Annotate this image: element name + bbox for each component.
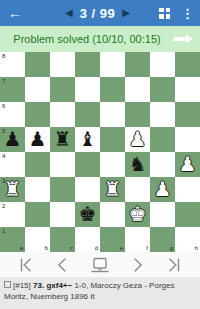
black-bishop-d5[interactable]: ♝ [79, 127, 97, 152]
square-f3[interactable] [125, 177, 150, 202]
square-e3[interactable]: ♜ [100, 177, 125, 202]
square-e5[interactable] [100, 127, 125, 152]
square-a3[interactable]: 3♜ [0, 177, 25, 202]
white-pawn-f5[interactable]: ♟ [129, 127, 147, 152]
square-h2[interactable] [175, 202, 200, 227]
square-d2[interactable]: ♚ [75, 202, 100, 227]
square-e6[interactable] [100, 102, 125, 127]
skip-to-end-button[interactable] [162, 254, 186, 276]
square-a8[interactable]: 8 [0, 52, 25, 77]
square-b2[interactable] [25, 202, 50, 227]
square-a6[interactable]: 6 [0, 102, 25, 127]
next-arrow-button[interactable] [171, 32, 195, 50]
white-to-move-icon [4, 281, 11, 288]
app-window: ← ◀ 3 / 99 ▶ ⋮ Problem solved (10/10, 00… [0, 0, 200, 309]
file-label: d [95, 245, 98, 251]
rank-label: 4 [2, 153, 5, 159]
square-a7[interactable]: 7 [0, 77, 25, 102]
game-caption: [#15] 73. gxf4+− 1-0, Maroczy Geza - Por… [0, 277, 200, 309]
next-problem-button[interactable]: ▶ [122, 8, 130, 18]
move-toolbar [0, 252, 200, 277]
problem-id: [#15] [13, 281, 31, 290]
square-c5[interactable]: ♜ [50, 127, 75, 152]
square-g1[interactable]: g [150, 227, 175, 252]
square-c6[interactable] [50, 102, 75, 127]
problem-list-button[interactable] [159, 8, 170, 19]
white-pawn-g3[interactable]: ♟ [154, 177, 172, 202]
chevron-left-icon [54, 256, 72, 274]
appbar-actions: ⋮ [159, 0, 194, 26]
square-h6[interactable] [175, 102, 200, 127]
black-knight-f4[interactable]: ♞ [129, 152, 147, 177]
file-label: b [45, 245, 48, 251]
overflow-menu-button[interactable]: ⋮ [181, 7, 194, 20]
square-c7[interactable] [50, 77, 75, 102]
square-b8[interactable] [25, 52, 50, 77]
rank-label: 3 [2, 178, 5, 184]
laptop-icon [89, 256, 111, 274]
square-d7[interactable] [75, 77, 100, 102]
solution-move: 73. gxf4+− [33, 281, 72, 290]
square-c1[interactable]: c [50, 227, 75, 252]
square-f8[interactable] [125, 52, 150, 77]
rank-label: 6 [2, 103, 5, 109]
grid-icon [159, 8, 164, 13]
square-c8[interactable] [50, 52, 75, 77]
chess-board: 8765♟♟♜♝♟4♞♟3♜♜♟2♚♚1abcdefgh [0, 52, 200, 252]
square-b7[interactable] [25, 77, 50, 102]
file-label: h [195, 245, 198, 251]
black-pawn-a5[interactable]: ♟ [4, 127, 22, 152]
chevron-right-icon [128, 256, 146, 274]
skip-to-start-icon [17, 256, 35, 274]
square-g6[interactable] [150, 102, 175, 127]
white-rook-a3[interactable]: ♜ [4, 177, 22, 202]
square-a1[interactable]: 1a [0, 227, 25, 252]
skip-to-end-icon [165, 256, 183, 274]
rank-label: 5 [2, 128, 5, 134]
skip-to-start-button[interactable] [14, 254, 38, 276]
square-g7[interactable] [150, 77, 175, 102]
square-f4[interactable]: ♞ [125, 152, 150, 177]
square-e1[interactable]: e [100, 227, 125, 252]
square-h3[interactable] [175, 177, 200, 202]
square-h1[interactable]: h [175, 227, 200, 252]
file-label: g [170, 245, 173, 251]
square-g4[interactable] [150, 152, 175, 177]
square-f5[interactable]: ♟ [125, 127, 150, 152]
white-king-f2[interactable]: ♚ [129, 202, 147, 227]
square-c2[interactable] [50, 202, 75, 227]
status-text: Problem solved (10/10, 00:15) [13, 33, 160, 45]
square-a4[interactable]: 4 [0, 152, 25, 177]
square-g8[interactable] [150, 52, 175, 77]
square-g3[interactable]: ♟ [150, 177, 175, 202]
problem-navigator: ◀ 3 / 99 ▶ [65, 0, 130, 26]
square-d4[interactable] [75, 152, 100, 177]
computer-analysis-button[interactable] [88, 254, 112, 276]
square-h4[interactable]: ♟ [175, 152, 200, 177]
rank-label: 1 [2, 228, 5, 234]
square-d3[interactable] [75, 177, 100, 202]
square-f2[interactable]: ♚ [125, 202, 150, 227]
rank-label: 7 [2, 78, 5, 84]
file-label: f [146, 245, 148, 251]
black-rook-c5[interactable]: ♜ [54, 127, 72, 152]
square-b6[interactable] [25, 102, 50, 127]
square-e4[interactable] [100, 152, 125, 177]
square-e7[interactable] [100, 77, 125, 102]
square-b4[interactable] [25, 152, 50, 177]
square-f7[interactable] [125, 77, 150, 102]
square-h7[interactable] [175, 77, 200, 102]
rank-label: 8 [2, 53, 5, 59]
status-banner: Problem solved (10/10, 00:15) [0, 26, 200, 52]
rank-label: 2 [2, 203, 5, 209]
square-a5[interactable]: 5♟ [0, 127, 25, 152]
square-d5[interactable]: ♝ [75, 127, 100, 152]
square-h8[interactable] [175, 52, 200, 77]
white-pawn-h4[interactable]: ♟ [179, 152, 197, 177]
black-pawn-b5[interactable]: ♟ [29, 127, 47, 152]
square-f6[interactable] [125, 102, 150, 127]
app-bar: ← ◀ 3 / 99 ▶ ⋮ [0, 0, 200, 26]
square-g2[interactable] [150, 202, 175, 227]
back-arrow-icon: ← [8, 6, 22, 20]
square-d6[interactable] [75, 102, 100, 127]
back-button[interactable]: ← [8, 0, 22, 26]
square-c3[interactable] [50, 177, 75, 202]
square-e2[interactable] [100, 202, 125, 227]
square-a2[interactable]: 2 [0, 202, 25, 227]
black-king-d2[interactable]: ♚ [79, 202, 97, 227]
square-b5[interactable]: ♟ [25, 127, 50, 152]
next-move-button[interactable] [125, 254, 149, 276]
file-label: a [20, 245, 23, 251]
square-d8[interactable] [75, 52, 100, 77]
white-rook-e3[interactable]: ♜ [104, 177, 122, 202]
previous-move-button[interactable] [51, 254, 75, 276]
file-label: c [70, 245, 73, 251]
arrow-right-icon [171, 32, 195, 46]
prev-problem-button[interactable]: ◀ [65, 8, 73, 18]
square-g5[interactable] [150, 127, 175, 152]
square-f1[interactable]: f [125, 227, 150, 252]
square-h5[interactable] [175, 127, 200, 152]
square-e8[interactable] [100, 52, 125, 77]
square-b1[interactable]: b [25, 227, 50, 252]
square-d1[interactable]: d [75, 227, 100, 252]
file-label: e [120, 245, 123, 251]
problem-counter: 3 / 99 [80, 6, 116, 21]
square-b3[interactable] [25, 177, 50, 202]
square-c4[interactable] [50, 152, 75, 177]
